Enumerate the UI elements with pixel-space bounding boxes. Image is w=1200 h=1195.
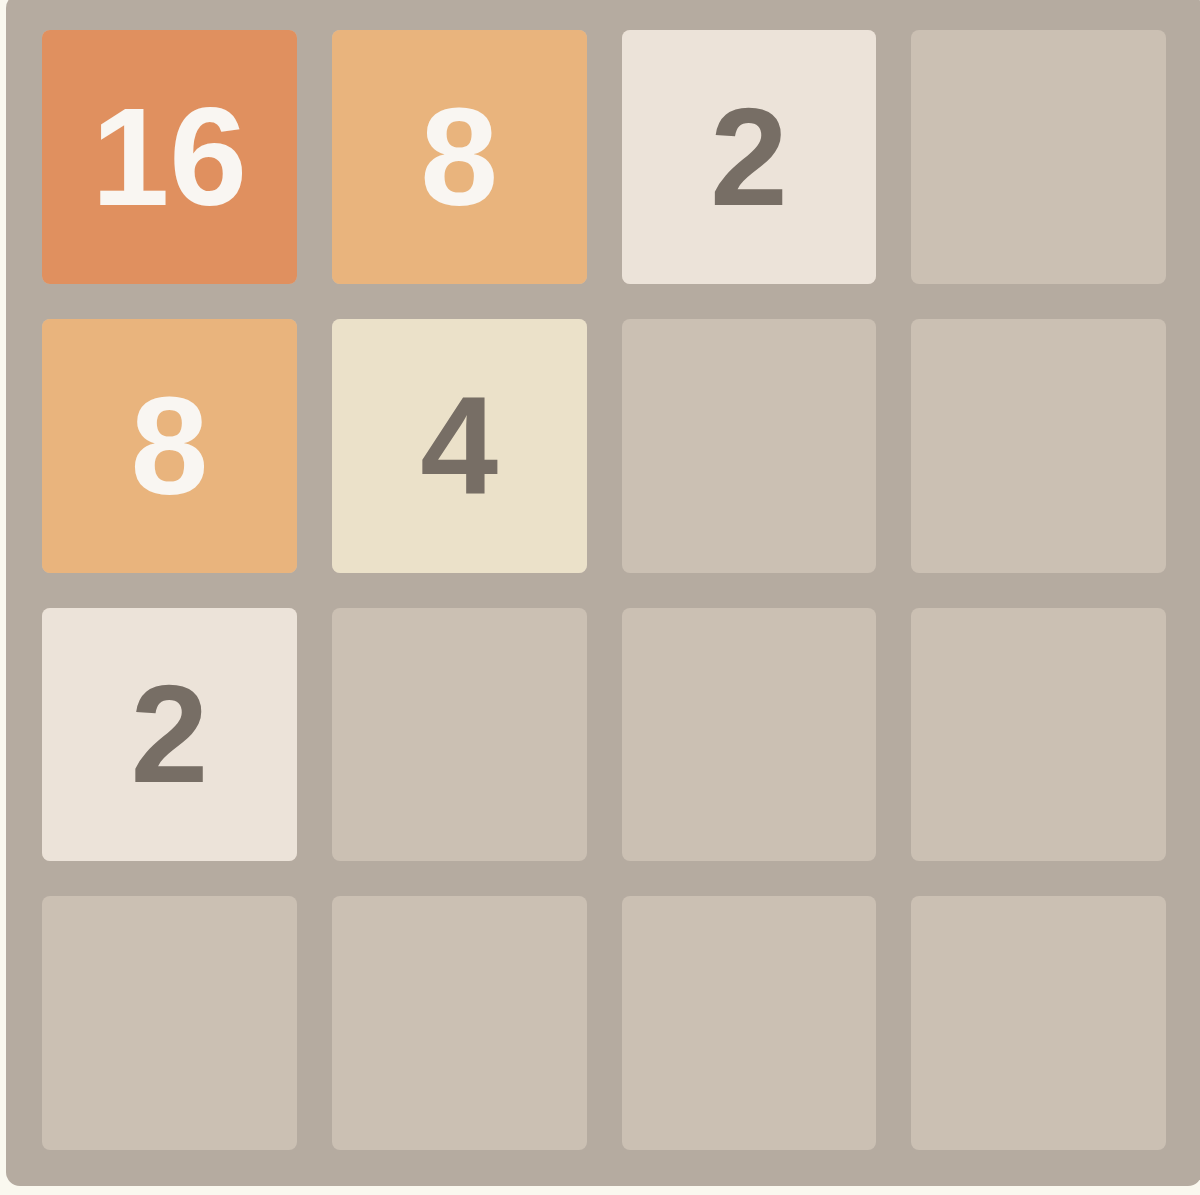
tile-8: 8 (42, 319, 297, 573)
board-cell-r1c3: 2 (622, 30, 877, 284)
board-cell-r1c2: 8 (332, 30, 587, 284)
board-cell-r2c3 (622, 319, 877, 573)
board-cell-r3c2 (332, 608, 587, 862)
game-board-2048[interactable]: 1682842 (6, 0, 1200, 1186)
board-cell-r2c4 (911, 319, 1166, 573)
tile-2: 2 (622, 30, 877, 284)
board-cell-r2c2: 4 (332, 319, 587, 573)
board-cell-r3c3 (622, 608, 877, 862)
board-cell-r4c1 (42, 896, 297, 1150)
board-cell-r4c3 (622, 896, 877, 1150)
tile-4: 4 (332, 319, 587, 573)
board-cell-r1c4 (911, 30, 1166, 284)
board-cell-r4c2 (332, 896, 587, 1150)
page-background: 1682842 (0, 0, 1200, 1195)
board-cell-r1c1: 16 (42, 30, 297, 284)
board-cell-r3c4 (911, 608, 1166, 862)
tile-8: 8 (332, 30, 587, 284)
board-cell-r4c4 (911, 896, 1166, 1150)
board-cell-r2c1: 8 (42, 319, 297, 573)
board-cell-r3c1: 2 (42, 608, 297, 862)
tile-16: 16 (42, 30, 297, 284)
tile-2: 2 (42, 608, 297, 862)
